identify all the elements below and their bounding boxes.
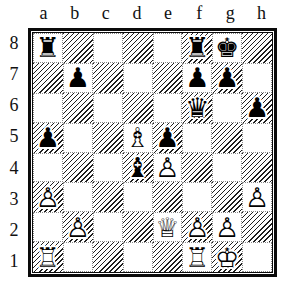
file-label-d: d bbox=[121, 3, 152, 24]
square-e1[interactable] bbox=[153, 242, 183, 272]
square-b8[interactable] bbox=[63, 33, 93, 63]
square-b6[interactable] bbox=[63, 93, 93, 123]
square-d2[interactable] bbox=[123, 212, 153, 242]
piece-white-bishop[interactable]: ♝♗ bbox=[123, 123, 153, 153]
square-h5[interactable] bbox=[242, 123, 272, 153]
piece-black-pawn[interactable]: ♟ bbox=[33, 123, 63, 153]
piece-white-queen[interactable]: ♛♕ bbox=[153, 212, 183, 242]
square-h1[interactable] bbox=[242, 242, 272, 272]
piece-white-pawn[interactable]: ♟♙ bbox=[182, 212, 212, 242]
square-c1[interactable] bbox=[93, 242, 123, 272]
square-d6[interactable] bbox=[123, 93, 153, 123]
square-h2[interactable] bbox=[242, 212, 272, 242]
square-b1[interactable] bbox=[63, 242, 93, 272]
file-label-f: f bbox=[184, 3, 215, 24]
rank-label-2: 2 bbox=[3, 220, 25, 241]
square-e3[interactable] bbox=[153, 182, 183, 212]
piece-white-pawn[interactable]: ♟♙ bbox=[63, 212, 93, 242]
piece-white-rook[interactable]: ♜♖ bbox=[33, 242, 63, 272]
square-f5[interactable] bbox=[182, 123, 212, 153]
square-e4[interactable]: ♟♙ bbox=[153, 153, 183, 183]
square-d7[interactable] bbox=[123, 63, 153, 93]
square-c7[interactable] bbox=[93, 63, 123, 93]
square-h3[interactable]: ♟♙ bbox=[242, 182, 272, 212]
square-f2[interactable]: ♟♙ bbox=[182, 212, 212, 242]
square-c3[interactable] bbox=[93, 182, 123, 212]
square-a7[interactable] bbox=[33, 63, 63, 93]
square-b4[interactable] bbox=[63, 153, 93, 183]
piece-white-pawn[interactable]: ♟♙ bbox=[33, 182, 63, 212]
square-c4[interactable] bbox=[93, 153, 123, 183]
square-d4[interactable]: ♝ bbox=[123, 153, 153, 183]
square-h4[interactable] bbox=[242, 153, 272, 183]
file-labels: a b c d e f g h bbox=[28, 1, 277, 25]
square-d3[interactable] bbox=[123, 182, 153, 212]
piece-white-pawn[interactable]: ♟♙ bbox=[242, 182, 272, 212]
square-a8[interactable]: ♜ bbox=[33, 33, 63, 63]
file-label-c: c bbox=[90, 3, 121, 24]
piece-black-pawn[interactable]: ♟ bbox=[153, 123, 183, 153]
square-f7[interactable]: ♟ bbox=[182, 63, 212, 93]
rank-label-6: 6 bbox=[3, 95, 25, 116]
square-b7[interactable]: ♟ bbox=[63, 63, 93, 93]
piece-black-pawn[interactable]: ♟ bbox=[182, 63, 212, 93]
piece-white-rook[interactable]: ♜♖ bbox=[182, 242, 212, 272]
square-e6[interactable] bbox=[153, 93, 183, 123]
square-a6[interactable] bbox=[33, 93, 63, 123]
square-b3[interactable] bbox=[63, 182, 93, 212]
square-g4[interactable] bbox=[212, 153, 242, 183]
square-c8[interactable] bbox=[93, 33, 123, 63]
square-c6[interactable] bbox=[93, 93, 123, 123]
file-label-b: b bbox=[59, 3, 90, 24]
square-e8[interactable] bbox=[153, 33, 183, 63]
square-b2[interactable]: ♟♙ bbox=[63, 212, 93, 242]
piece-black-pawn[interactable]: ♟ bbox=[212, 63, 242, 93]
rank-label-4: 4 bbox=[3, 158, 25, 179]
square-g2[interactable]: ♟♙ bbox=[212, 212, 242, 242]
square-f8[interactable]: ♜ bbox=[182, 33, 212, 63]
piece-black-queen[interactable]: ♛ bbox=[182, 93, 212, 123]
square-h6[interactable]: ♟ bbox=[242, 93, 272, 123]
square-f3[interactable] bbox=[182, 182, 212, 212]
rank-label-8: 8 bbox=[3, 33, 25, 54]
piece-black-rook[interactable]: ♜ bbox=[33, 33, 63, 63]
piece-black-bishop[interactable]: ♝ bbox=[123, 153, 153, 183]
rank-label-5: 5 bbox=[3, 126, 25, 147]
piece-black-king[interactable]: ♚ bbox=[212, 33, 242, 63]
square-d1[interactable] bbox=[123, 242, 153, 272]
square-g3[interactable] bbox=[212, 182, 242, 212]
square-g8[interactable]: ♚ bbox=[212, 33, 242, 63]
square-b5[interactable] bbox=[63, 123, 93, 153]
board-grid: ♜♜♚♟♟♟♛♟♟♝♗♟♝♟♙♟♙♟♙♟♙♛♕♟♙♟♙♜♖♜♖♚♔ bbox=[32, 32, 273, 273]
chess-board: ♜♜♚♟♟♟♛♟♟♝♗♟♝♟♙♟♙♟♙♟♙♛♕♟♙♟♙♜♖♜♖♚♔ bbox=[28, 28, 277, 277]
piece-black-pawn[interactable]: ♟ bbox=[63, 63, 93, 93]
square-g6[interactable] bbox=[212, 93, 242, 123]
square-d5[interactable]: ♝♗ bbox=[123, 123, 153, 153]
square-e7[interactable] bbox=[153, 63, 183, 93]
square-f4[interactable] bbox=[182, 153, 212, 183]
piece-white-pawn[interactable]: ♟♙ bbox=[153, 153, 183, 183]
square-f1[interactable]: ♜♖ bbox=[182, 242, 212, 272]
square-d8[interactable] bbox=[123, 33, 153, 63]
file-label-g: g bbox=[215, 3, 246, 24]
square-a3[interactable]: ♟♙ bbox=[33, 182, 63, 212]
square-g1[interactable]: ♚♔ bbox=[212, 242, 242, 272]
piece-white-king[interactable]: ♚♔ bbox=[212, 242, 242, 272]
square-g5[interactable] bbox=[212, 123, 242, 153]
square-a1[interactable]: ♜♖ bbox=[33, 242, 63, 272]
square-g7[interactable]: ♟ bbox=[212, 63, 242, 93]
piece-black-pawn[interactable]: ♟ bbox=[242, 93, 272, 123]
square-f6[interactable]: ♛ bbox=[182, 93, 212, 123]
square-h8[interactable] bbox=[242, 33, 272, 63]
rank-label-3: 3 bbox=[3, 189, 25, 210]
square-a5[interactable]: ♟ bbox=[33, 123, 63, 153]
square-a4[interactable] bbox=[33, 153, 63, 183]
square-c2[interactable] bbox=[93, 212, 123, 242]
file-label-h: h bbox=[246, 3, 277, 24]
square-e2[interactable]: ♛♕ bbox=[153, 212, 183, 242]
square-e5[interactable]: ♟ bbox=[153, 123, 183, 153]
rank-labels: 8 7 6 5 4 3 2 1 bbox=[3, 28, 25, 277]
square-h7[interactable] bbox=[242, 63, 272, 93]
piece-black-rook[interactable]: ♜ bbox=[182, 33, 212, 63]
rank-label-1: 1 bbox=[3, 251, 25, 272]
square-c5[interactable] bbox=[93, 123, 123, 153]
square-a2[interactable] bbox=[33, 212, 63, 242]
file-label-a: a bbox=[28, 3, 59, 24]
rank-label-7: 7 bbox=[3, 64, 25, 85]
piece-white-pawn[interactable]: ♟♙ bbox=[212, 212, 242, 242]
chess-diagram: a b c d e f g h 8 7 6 5 4 3 2 1 ♜♜♚♟♟♟♛♟… bbox=[0, 0, 283, 283]
file-label-e: e bbox=[153, 3, 184, 24]
